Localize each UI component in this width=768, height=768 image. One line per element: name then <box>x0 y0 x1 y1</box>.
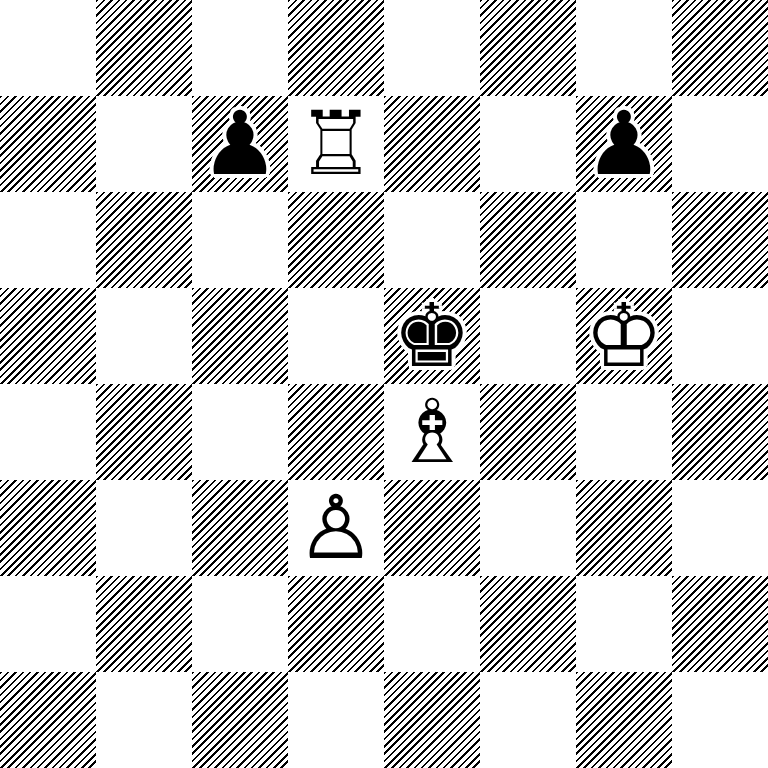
square-f8[interactable] <box>480 0 576 96</box>
square-b4[interactable] <box>96 384 192 480</box>
square-e8[interactable] <box>384 0 480 96</box>
square-f1[interactable] <box>480 672 576 768</box>
square-c6[interactable] <box>192 192 288 288</box>
square-d2[interactable] <box>288 576 384 672</box>
white-bishop[interactable]: ♝♗ <box>384 384 480 480</box>
white-rook[interactable]: ♜♖ <box>288 96 384 192</box>
square-g4[interactable] <box>576 384 672 480</box>
square-a4[interactable] <box>0 384 96 480</box>
square-f6[interactable] <box>480 192 576 288</box>
square-f4[interactable] <box>480 384 576 480</box>
square-f7[interactable] <box>480 96 576 192</box>
square-b5[interactable] <box>96 288 192 384</box>
square-a8[interactable] <box>0 0 96 96</box>
square-b6[interactable] <box>96 192 192 288</box>
square-b8[interactable] <box>96 0 192 96</box>
square-c5[interactable] <box>192 288 288 384</box>
square-d8[interactable] <box>288 0 384 96</box>
square-c2[interactable] <box>192 576 288 672</box>
square-h1[interactable] <box>672 672 768 768</box>
square-h2[interactable] <box>672 576 768 672</box>
square-h8[interactable] <box>672 0 768 96</box>
square-a3[interactable] <box>0 480 96 576</box>
white-king[interactable]: ♚♔ <box>576 288 672 384</box>
square-f5[interactable] <box>480 288 576 384</box>
square-a2[interactable] <box>0 576 96 672</box>
square-b7[interactable] <box>96 96 192 192</box>
square-c8[interactable] <box>192 0 288 96</box>
black-piece-glyph: ♚ <box>393 292 472 380</box>
square-d7[interactable]: ♜♖ <box>288 96 384 192</box>
square-e6[interactable] <box>384 192 480 288</box>
square-g2[interactable] <box>576 576 672 672</box>
square-h7[interactable] <box>672 96 768 192</box>
square-a7[interactable] <box>0 96 96 192</box>
square-b3[interactable] <box>96 480 192 576</box>
white-piece-outline: ♗ <box>393 388 472 476</box>
white-piece-outline: ♙ <box>297 484 376 572</box>
square-d4[interactable] <box>288 384 384 480</box>
square-h3[interactable] <box>672 480 768 576</box>
square-h6[interactable] <box>672 192 768 288</box>
white-piece-outline: ♔ <box>585 292 664 380</box>
square-e7[interactable] <box>384 96 480 192</box>
square-a6[interactable] <box>0 192 96 288</box>
black-piece-glyph: ♟ <box>585 100 664 188</box>
square-g5[interactable]: ♚♔ <box>576 288 672 384</box>
square-c7[interactable]: ♟ <box>192 96 288 192</box>
square-f3[interactable] <box>480 480 576 576</box>
square-g7[interactable]: ♟ <box>576 96 672 192</box>
black-pawn[interactable]: ♟ <box>192 96 288 192</box>
square-c1[interactable] <box>192 672 288 768</box>
square-g8[interactable] <box>576 0 672 96</box>
square-b2[interactable] <box>96 576 192 672</box>
chess-board: ♟♜♖♟♚♚♔♝♗♟♙ <box>0 0 768 768</box>
white-piece-outline: ♖ <box>297 100 376 188</box>
black-piece-glyph: ♟ <box>201 100 280 188</box>
black-king[interactable]: ♚ <box>384 288 480 384</box>
square-g1[interactable] <box>576 672 672 768</box>
square-b1[interactable] <box>96 672 192 768</box>
square-e5[interactable]: ♚ <box>384 288 480 384</box>
square-d6[interactable] <box>288 192 384 288</box>
square-h4[interactable] <box>672 384 768 480</box>
square-d3[interactable]: ♟♙ <box>288 480 384 576</box>
black-pawn[interactable]: ♟ <box>576 96 672 192</box>
white-pawn[interactable]: ♟♙ <box>288 480 384 576</box>
square-d1[interactable] <box>288 672 384 768</box>
square-e4[interactable]: ♝♗ <box>384 384 480 480</box>
square-c3[interactable] <box>192 480 288 576</box>
square-e2[interactable] <box>384 576 480 672</box>
square-g6[interactable] <box>576 192 672 288</box>
square-g3[interactable] <box>576 480 672 576</box>
square-h5[interactable] <box>672 288 768 384</box>
square-a1[interactable] <box>0 672 96 768</box>
square-a5[interactable] <box>0 288 96 384</box>
square-e3[interactable] <box>384 480 480 576</box>
square-c4[interactable] <box>192 384 288 480</box>
square-e1[interactable] <box>384 672 480 768</box>
square-d5[interactable] <box>288 288 384 384</box>
square-f2[interactable] <box>480 576 576 672</box>
